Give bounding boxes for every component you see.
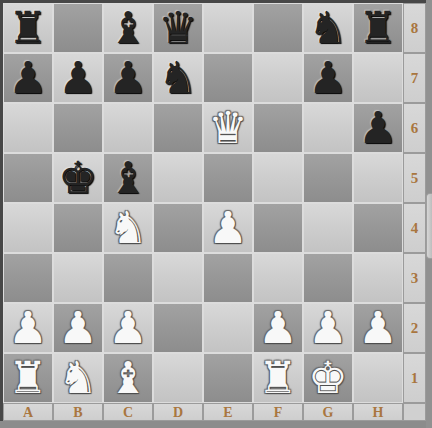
square-e1[interactable] (203, 353, 253, 403)
square-h5[interactable] (353, 153, 403, 203)
piece-black-pawn[interactable]: ♟ (104, 54, 152, 102)
piece-black-bishop[interactable]: ♝ (104, 4, 152, 52)
square-e7[interactable] (203, 53, 253, 103)
square-g1[interactable]: ♚ (303, 353, 353, 403)
corner-cell (403, 403, 426, 421)
file-label-a: A (3, 403, 53, 421)
square-b7[interactable]: ♟ (53, 53, 103, 103)
square-b5[interactable]: ♚ (53, 153, 103, 203)
rank-label-3: 3 (403, 253, 426, 303)
square-c6[interactable] (103, 103, 153, 153)
piece-black-queen[interactable]: ♛ (154, 4, 202, 52)
rank-label-1: 1 (403, 353, 426, 403)
rank-label-5: 5 (403, 153, 426, 203)
square-f6[interactable] (253, 103, 303, 153)
square-g5[interactable] (303, 153, 353, 203)
square-g3[interactable] (303, 253, 353, 303)
piece-white-pawn[interactable]: ♟ (104, 304, 152, 352)
square-e6[interactable]: ♛ (203, 103, 253, 153)
square-h3[interactable] (353, 253, 403, 303)
piece-white-bishop[interactable]: ♝ (104, 354, 152, 402)
rank-label-4: 4 (403, 203, 426, 253)
square-b8[interactable] (53, 3, 103, 53)
file-label-c: C (103, 403, 153, 421)
square-f4[interactable] (253, 203, 303, 253)
square-h1[interactable] (353, 353, 403, 403)
file-label-d: D (153, 403, 203, 421)
piece-black-king[interactable]: ♚ (54, 154, 102, 202)
piece-white-queen[interactable]: ♛ (204, 104, 252, 152)
piece-black-knight[interactable]: ♞ (154, 54, 202, 102)
scrollbar-track (426, 0, 432, 428)
square-g7[interactable]: ♟ (303, 53, 353, 103)
square-c8[interactable]: ♝ (103, 3, 153, 53)
piece-white-rook[interactable]: ♜ (254, 354, 302, 402)
square-h7[interactable] (353, 53, 403, 103)
square-f8[interactable] (253, 3, 303, 53)
square-h2[interactable]: ♟ (353, 303, 403, 353)
piece-white-knight[interactable]: ♞ (104, 204, 152, 252)
square-f2[interactable]: ♟ (253, 303, 303, 353)
file-label-h: H (353, 403, 403, 421)
square-e3[interactable] (203, 253, 253, 303)
square-c4[interactable]: ♞ (103, 203, 153, 253)
piece-white-pawn[interactable]: ♟ (254, 304, 302, 352)
square-a1[interactable]: ♜ (3, 353, 53, 403)
piece-black-bishop[interactable]: ♝ (104, 154, 152, 202)
piece-black-rook[interactable]: ♜ (354, 4, 402, 52)
piece-black-pawn[interactable]: ♟ (54, 54, 102, 102)
piece-white-pawn[interactable]: ♟ (304, 304, 352, 352)
square-h4[interactable] (353, 203, 403, 253)
square-e2[interactable] (203, 303, 253, 353)
square-d1[interactable] (153, 353, 203, 403)
piece-black-rook[interactable]: ♜ (4, 4, 52, 52)
square-h6[interactable]: ♟ (353, 103, 403, 153)
square-g4[interactable] (303, 203, 353, 253)
square-e8[interactable] (203, 3, 253, 53)
file-label-e: E (203, 403, 253, 421)
piece-white-pawn[interactable]: ♟ (54, 304, 102, 352)
square-e5[interactable] (203, 153, 253, 203)
square-g6[interactable] (303, 103, 353, 153)
square-d5[interactable] (153, 153, 203, 203)
piece-white-pawn[interactable]: ♟ (204, 204, 252, 252)
square-a2[interactable]: ♟ (3, 303, 53, 353)
square-d6[interactable] (153, 103, 203, 153)
square-c7[interactable]: ♟ (103, 53, 153, 103)
square-a3[interactable] (3, 253, 53, 303)
file-label-b: B (53, 403, 103, 421)
square-d3[interactable] (153, 253, 203, 303)
square-a8[interactable]: ♜ (3, 3, 53, 53)
rank-label-6: 6 (403, 103, 426, 153)
square-d7[interactable]: ♞ (153, 53, 203, 103)
square-a7[interactable]: ♟ (3, 53, 53, 103)
square-b6[interactable] (53, 103, 103, 153)
square-e4[interactable]: ♟ (203, 203, 253, 253)
square-b1[interactable]: ♞ (53, 353, 103, 403)
piece-white-rook[interactable]: ♜ (4, 354, 52, 402)
square-f7[interactable] (253, 53, 303, 103)
piece-white-pawn[interactable]: ♟ (354, 304, 402, 352)
square-b4[interactable] (53, 203, 103, 253)
square-c5[interactable]: ♝ (103, 153, 153, 203)
square-d8[interactable]: ♛ (153, 3, 203, 53)
square-a5[interactable] (3, 153, 53, 203)
piece-white-pawn[interactable]: ♟ (4, 304, 52, 352)
file-label-f: F (253, 403, 303, 421)
scrollbar-thumb[interactable] (426, 193, 432, 259)
piece-black-pawn[interactable]: ♟ (304, 54, 352, 102)
square-c2[interactable]: ♟ (103, 303, 153, 353)
square-g2[interactable]: ♟ (303, 303, 353, 353)
piece-black-pawn[interactable]: ♟ (4, 54, 52, 102)
square-f1[interactable]: ♜ (253, 353, 303, 403)
chess-board-frame: ♜♝♛♞♜8♟♟♟♞♟7♛♟6♚♝5♞♟43♟♟♟♟♟♟2♜♞♝♜♚1ABCDE… (0, 0, 426, 421)
square-g8[interactable]: ♞ (303, 3, 353, 53)
square-d2[interactable] (153, 303, 203, 353)
square-d4[interactable] (153, 203, 203, 253)
piece-black-pawn[interactable]: ♟ (354, 104, 402, 152)
square-h8[interactable]: ♜ (353, 3, 403, 53)
square-a4[interactable] (3, 203, 53, 253)
rank-label-8: 8 (403, 3, 426, 53)
rank-label-7: 7 (403, 53, 426, 103)
square-c3[interactable] (103, 253, 153, 303)
file-label-g: G (303, 403, 353, 421)
piece-black-knight[interactable]: ♞ (304, 4, 352, 52)
square-a6[interactable] (3, 103, 53, 153)
square-f5[interactable] (253, 153, 303, 203)
chess-board: ♜♝♛♞♜8♟♟♟♞♟7♛♟6♚♝5♞♟43♟♟♟♟♟♟2♜♞♝♜♚1ABCDE… (3, 3, 426, 421)
piece-white-knight[interactable]: ♞ (54, 354, 102, 402)
rank-label-2: 2 (403, 303, 426, 353)
square-c1[interactable]: ♝ (103, 353, 153, 403)
square-b3[interactable] (53, 253, 103, 303)
square-b2[interactable]: ♟ (53, 303, 103, 353)
square-f3[interactable] (253, 253, 303, 303)
piece-white-king[interactable]: ♚ (304, 354, 352, 402)
